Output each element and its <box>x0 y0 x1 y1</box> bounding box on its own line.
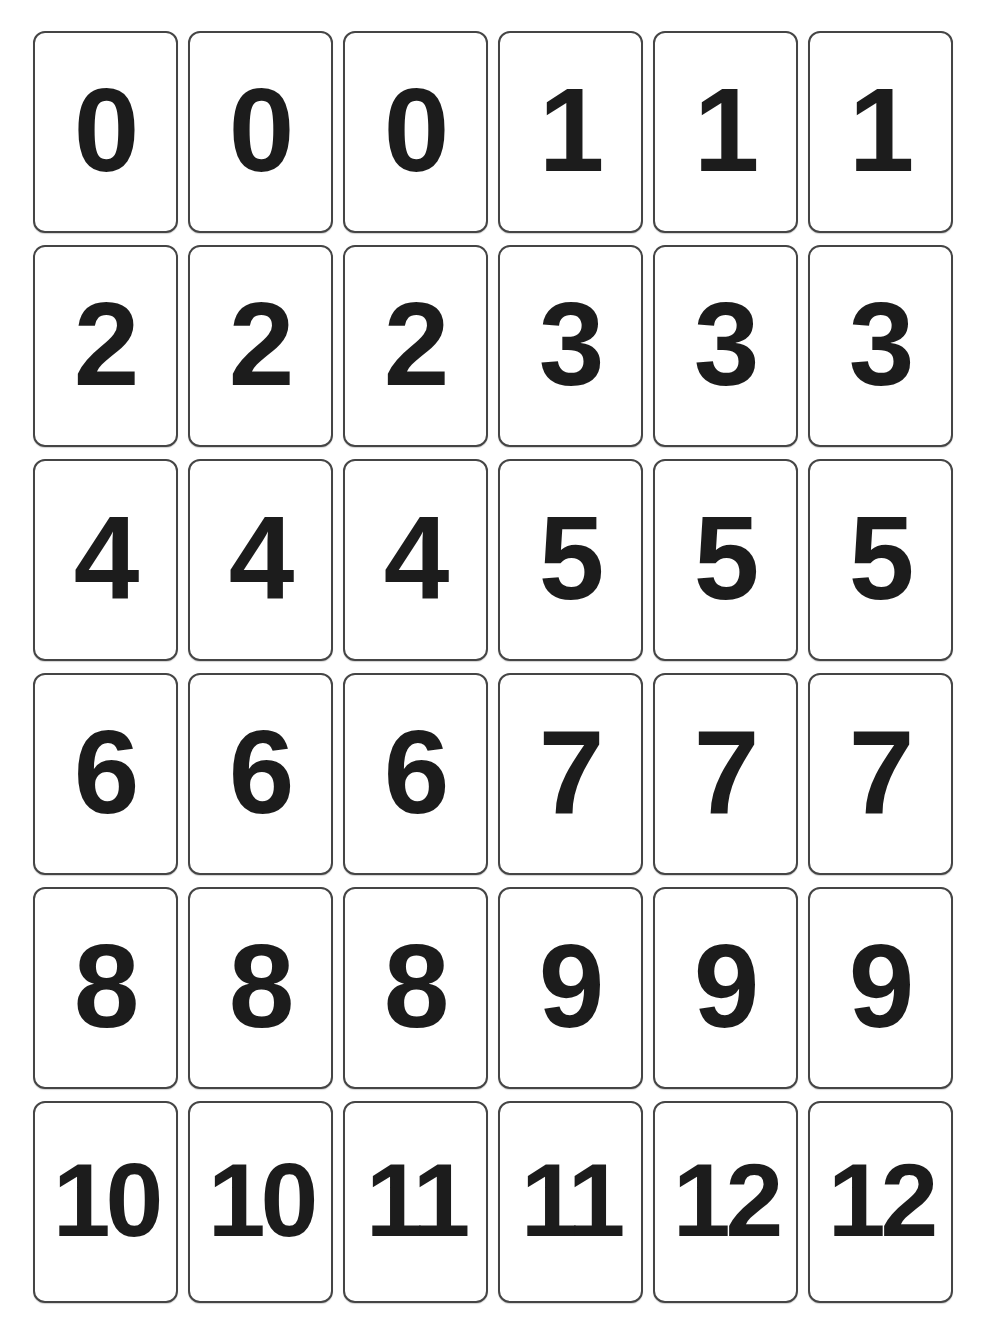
card-number: 1 <box>849 71 912 189</box>
card-number: 3 <box>694 285 757 403</box>
flashcard-6: 6 <box>188 673 333 875</box>
card-number: 6 <box>229 713 292 831</box>
card-number: 7 <box>849 713 912 831</box>
card-number: 8 <box>74 927 137 1045</box>
flashcard-4: 4 <box>33 459 178 661</box>
card-number: 10 <box>208 1148 313 1252</box>
flashcard-3: 3 <box>653 245 798 447</box>
flashcard-3: 3 <box>808 245 953 447</box>
card-number: 12 <box>828 1148 933 1252</box>
card-number: 1 <box>539 71 602 189</box>
card-number: 2 <box>74 285 137 403</box>
card-number: 9 <box>539 927 602 1045</box>
card-number: 1 <box>694 71 757 189</box>
card-number: 6 <box>74 713 137 831</box>
flashcard-6: 6 <box>33 673 178 875</box>
flashcard-0: 0 <box>33 31 178 233</box>
flashcard-9: 9 <box>498 887 643 1089</box>
card-number: 4 <box>384 499 447 617</box>
flashcard-12: 12 <box>653 1101 798 1303</box>
card-number: 5 <box>539 499 602 617</box>
flashcard-2: 2 <box>343 245 488 447</box>
flashcard-7: 7 <box>498 673 643 875</box>
flashcard-2: 2 <box>188 245 333 447</box>
flashcard-2: 2 <box>33 245 178 447</box>
flashcard-5: 5 <box>653 459 798 661</box>
card-number: 4 <box>74 499 137 617</box>
flashcard-5: 5 <box>498 459 643 661</box>
card-number: 6 <box>384 713 447 831</box>
flashcard-7: 7 <box>808 673 953 875</box>
flashcard-0: 0 <box>188 31 333 233</box>
flashcard-4: 4 <box>188 459 333 661</box>
flashcard-7: 7 <box>653 673 798 875</box>
card-number: 8 <box>384 927 447 1045</box>
flashcard-6: 6 <box>343 673 488 875</box>
card-number: 3 <box>539 285 602 403</box>
flashcard-1: 1 <box>653 31 798 233</box>
flashcard-11: 11 <box>343 1101 488 1303</box>
card-number: 5 <box>849 499 912 617</box>
flashcard-8: 8 <box>188 887 333 1089</box>
card-number: 9 <box>849 927 912 1045</box>
card-number: 9 <box>694 927 757 1045</box>
flashcard-11: 11 <box>498 1101 643 1303</box>
flashcard-12: 12 <box>808 1101 953 1303</box>
flashcard-10: 10 <box>33 1101 178 1303</box>
card-number: 11 <box>366 1148 466 1252</box>
card-number: 10 <box>53 1148 158 1252</box>
flashcard-1: 1 <box>808 31 953 233</box>
card-number: 11 <box>521 1148 621 1252</box>
flashcard-8: 8 <box>343 887 488 1089</box>
card-number: 0 <box>229 71 292 189</box>
card-number: 2 <box>384 285 447 403</box>
flashcard-9: 9 <box>808 887 953 1089</box>
flashcard-5: 5 <box>808 459 953 661</box>
flashcard-4: 4 <box>343 459 488 661</box>
card-number: 5 <box>694 499 757 617</box>
flashcard-9: 9 <box>653 887 798 1089</box>
card-number: 7 <box>694 713 757 831</box>
flashcard-3: 3 <box>498 245 643 447</box>
card-number: 7 <box>539 713 602 831</box>
card-number: 2 <box>229 285 292 403</box>
flashcard-sheet: 0001112223334445556667778889991010111112… <box>0 0 983 1330</box>
card-number: 3 <box>849 285 912 403</box>
card-number: 0 <box>74 71 137 189</box>
flashcard-1: 1 <box>498 31 643 233</box>
flashcard-10: 10 <box>188 1101 333 1303</box>
flashcard-8: 8 <box>33 887 178 1089</box>
card-number: 4 <box>229 499 292 617</box>
card-number: 0 <box>384 71 447 189</box>
card-number: 12 <box>673 1148 778 1252</box>
card-number: 8 <box>229 927 292 1045</box>
flashcard-0: 0 <box>343 31 488 233</box>
